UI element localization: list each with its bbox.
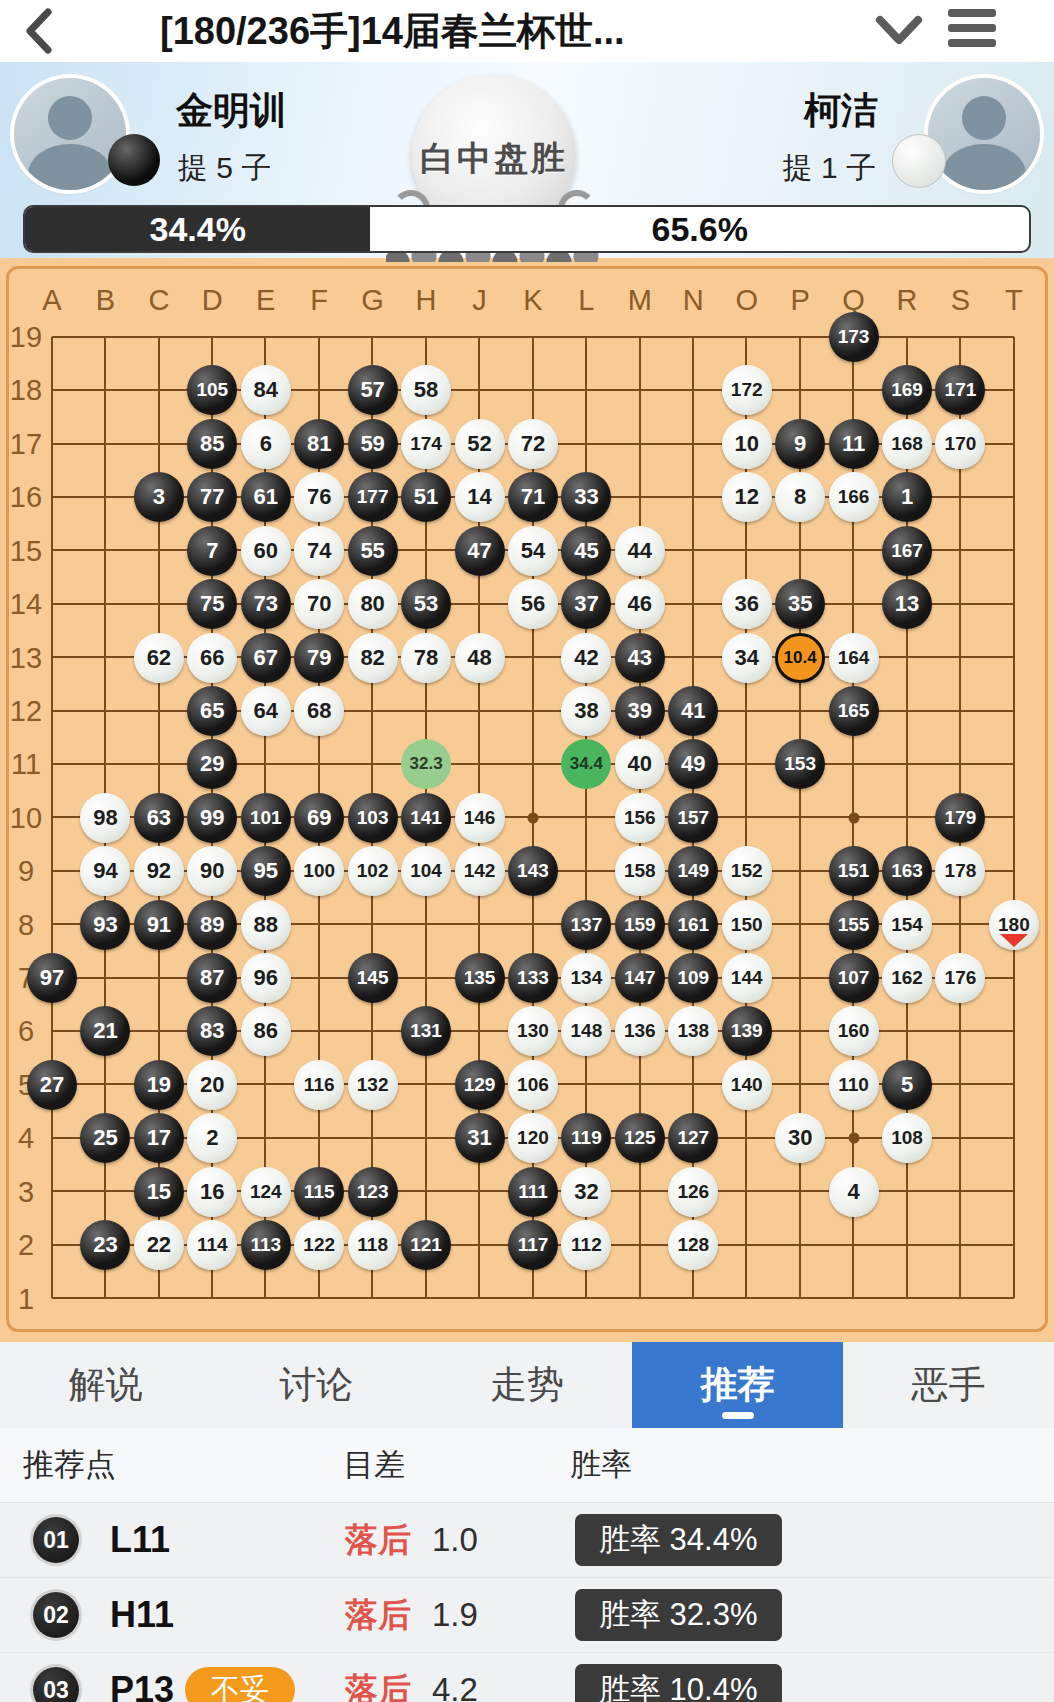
stone-L16: 33	[561, 472, 611, 522]
board-intersection[interactable]	[987, 310, 1040, 363]
stone-G10: 103	[348, 793, 398, 843]
board-intersection[interactable]	[239, 1111, 292, 1164]
board-intersection[interactable]	[78, 951, 131, 1004]
board-intersection[interactable]	[773, 897, 826, 950]
header-winrate: 胜率	[570, 1444, 632, 1486]
board-intersection[interactable]	[399, 951, 452, 1004]
board-intersection[interactable]	[987, 417, 1040, 470]
board-intersection[interactable]	[506, 310, 559, 363]
stone-E13: 67	[241, 633, 291, 683]
stone-D2: 114	[187, 1220, 237, 1270]
board-intersection[interactable]	[880, 630, 933, 683]
board-intersection[interactable]	[132, 577, 185, 630]
board-intersection[interactable]	[666, 1271, 719, 1324]
recommendation-panel: 推荐点 目差 胜率 01L11落后1.0胜率 34.4%02H11落后1.9胜率…	[0, 1428, 1054, 1702]
stone-P4: 30	[775, 1113, 825, 1163]
row-label: 9	[4, 855, 48, 888]
board-intersection[interactable]	[933, 1271, 986, 1324]
board-intersection[interactable]	[827, 1271, 880, 1324]
board-intersection[interactable]	[506, 1271, 559, 1324]
board-intersection[interactable]	[933, 684, 986, 737]
board-intersection[interactable]	[78, 470, 131, 523]
white-player-avatar[interactable]	[928, 78, 1040, 190]
recommendation-table-header: 推荐点 目差 胜率	[0, 1428, 1054, 1503]
board-intersection[interactable]	[987, 1004, 1040, 1057]
board-intersection[interactable]	[185, 310, 238, 363]
row-label: 6	[4, 1015, 48, 1048]
stone-M10: 156	[615, 793, 665, 843]
column-label: F	[310, 284, 328, 317]
stone-Q9: 151	[829, 846, 879, 896]
board-intersection[interactable]	[132, 363, 185, 416]
recommendation-row-H11[interactable]: 02H11落后1.9胜率 32.3%	[0, 1578, 1054, 1653]
stone-S9: 178	[935, 846, 985, 896]
stone-N8: 161	[668, 900, 718, 950]
menu-icon[interactable]	[948, 9, 996, 53]
diff-value: 1.9	[432, 1596, 478, 1634]
stone-B6: 21	[80, 1006, 130, 1056]
column-label: D	[202, 284, 223, 317]
stone-D12: 65	[187, 686, 237, 736]
board-intersection[interactable]	[132, 310, 185, 363]
stone-R16: 1	[882, 472, 932, 522]
stone-N9: 149	[668, 846, 718, 896]
stone-F2: 122	[294, 1220, 344, 1270]
board-intersection[interactable]	[933, 897, 986, 950]
board-intersection[interactable]	[933, 737, 986, 790]
stone-G9: 102	[348, 846, 398, 896]
tab-推荐[interactable]: 推荐	[632, 1342, 843, 1428]
stone-C5: 19	[134, 1060, 184, 1110]
stone-O13: 34	[722, 633, 772, 683]
board-intersection[interactable]	[559, 1271, 612, 1324]
board-intersection[interactable]	[933, 577, 986, 630]
board-intersection[interactable]	[399, 524, 452, 577]
board-intersection[interactable]	[880, 791, 933, 844]
board-intersection[interactable]	[132, 1004, 185, 1057]
board-intersection[interactable]	[720, 791, 773, 844]
board-intersection[interactable]	[827, 363, 880, 416]
board-intersection[interactable]	[880, 1218, 933, 1271]
row-label: 15	[4, 534, 48, 567]
board-intersection[interactable]	[933, 310, 986, 363]
suggestion-H11[interactable]: 32.3	[401, 739, 451, 789]
board-intersection[interactable]	[399, 684, 452, 737]
stone-E3: 124	[241, 1167, 291, 1217]
board-intersection[interactable]	[933, 1218, 986, 1271]
board-intersection[interactable]	[78, 577, 131, 630]
black-player-name: 金明训	[176, 86, 287, 136]
stone-C16: 3	[134, 472, 184, 522]
stone-O5: 140	[722, 1060, 772, 1110]
board-intersection[interactable]	[559, 417, 612, 470]
board-intersection[interactable]	[399, 1058, 452, 1111]
stone-D4: 2	[187, 1113, 237, 1163]
stone-Q8: 155	[829, 900, 879, 950]
board-intersection[interactable]	[987, 1218, 1040, 1271]
board-intersection[interactable]	[292, 363, 345, 416]
board-intersection[interactable]	[559, 844, 612, 897]
row-label: 19	[4, 321, 48, 354]
stone-M15: 44	[615, 526, 665, 576]
tab-讨论[interactable]: 讨论	[211, 1342, 422, 1428]
recommendation-row-L11[interactable]: 01L11落后1.0胜率 34.4%	[0, 1503, 1054, 1578]
stone-M8: 159	[615, 900, 665, 950]
board-intersection[interactable]	[453, 1218, 506, 1271]
board-intersection[interactable]	[613, 310, 666, 363]
diff-value: 4.2	[432, 1671, 478, 1702]
board-intersection[interactable]	[506, 897, 559, 950]
result-text: 白中盘胜	[384, 136, 604, 182]
board-intersection[interactable]	[613, 1165, 666, 1218]
board-intersection[interactable]	[292, 737, 345, 790]
board-intersection[interactable]	[292, 310, 345, 363]
board-intersection[interactable]	[453, 1165, 506, 1218]
board-intersection[interactable]	[773, 1165, 826, 1218]
tab-解说[interactable]: 解说	[0, 1342, 211, 1428]
black-stone-indicator-icon	[108, 134, 160, 186]
board-intersection[interactable]	[78, 1271, 131, 1324]
board-intersection[interactable]	[613, 1058, 666, 1111]
board-intersection[interactable]	[827, 524, 880, 577]
board-intersection[interactable]	[933, 1004, 986, 1057]
stone-G15: 55	[348, 526, 398, 576]
board-intersection[interactable]	[292, 951, 345, 1004]
stone-R7: 162	[882, 953, 932, 1003]
board-intersection[interactable]	[880, 1271, 933, 1324]
column-label: J	[472, 284, 487, 317]
column-label: T	[1005, 284, 1023, 317]
board-intersection[interactable]	[506, 737, 559, 790]
board-intersection[interactable]	[720, 1165, 773, 1218]
board-intersection[interactable]	[506, 684, 559, 737]
column-label: O	[735, 284, 758, 317]
board-intersection[interactable]	[933, 1165, 986, 1218]
board-intersection[interactable]	[666, 363, 719, 416]
stone-D11: 29	[187, 739, 237, 789]
board-intersection[interactable]	[773, 1058, 826, 1111]
board-intersection[interactable]	[399, 1271, 452, 1324]
board-intersection[interactable]	[880, 310, 933, 363]
board-intersection[interactable]	[613, 363, 666, 416]
stone-G3: 123	[348, 1167, 398, 1217]
stone-G7: 145	[348, 953, 398, 1003]
warning-badge: 不妥	[185, 1667, 295, 1702]
stone-B4: 25	[80, 1113, 130, 1163]
board-intersection[interactable]	[773, 1218, 826, 1271]
board-intersection[interactable]	[987, 524, 1040, 577]
stone-C2: 22	[134, 1220, 184, 1270]
board-intersection[interactable]	[773, 363, 826, 416]
tab-走势[interactable]: 走势	[422, 1342, 633, 1428]
stone-O14: 36	[722, 579, 772, 629]
board-intersection[interactable]	[880, 1004, 933, 1057]
stone-L13: 42	[561, 633, 611, 683]
stone-L7: 134	[561, 953, 611, 1003]
board-intersection[interactable]	[132, 1271, 185, 1324]
board-intersection[interactable]	[78, 310, 131, 363]
board-intersection[interactable]	[987, 1271, 1040, 1324]
board-intersection[interactable]	[666, 524, 719, 577]
stone-D15: 7	[187, 526, 237, 576]
winrate-badge: 胜率 34.4%	[575, 1514, 782, 1566]
stone-M7: 147	[615, 953, 665, 1003]
stone-P16: 8	[775, 472, 825, 522]
board-intersection[interactable]	[827, 577, 880, 630]
point-label: L11	[110, 1519, 170, 1561]
board-intersection[interactable]	[399, 1111, 452, 1164]
board-intersection[interactable]	[987, 630, 1040, 683]
stone-Q16: 166	[829, 472, 879, 522]
board-intersection[interactable]	[987, 737, 1040, 790]
board-intersection[interactable]	[827, 1218, 880, 1271]
board-intersection[interactable]	[346, 1111, 399, 1164]
board-intersection[interactable]	[987, 577, 1040, 630]
winrate-badge: 胜率 32.3%	[575, 1589, 782, 1641]
board-intersection[interactable]	[346, 310, 399, 363]
stone-L12: 38	[561, 686, 611, 736]
stone-M14: 46	[615, 579, 665, 629]
board-intersection[interactable]	[292, 1004, 345, 1057]
board-intersection[interactable]	[453, 310, 506, 363]
board-intersection[interactable]	[399, 897, 452, 950]
row-label: 14	[4, 588, 48, 621]
board-intersection[interactable]	[987, 1111, 1040, 1164]
board-intersection[interactable]	[239, 310, 292, 363]
board-intersection[interactable]	[987, 791, 1040, 844]
board-intersection[interactable]	[880, 737, 933, 790]
point-label: H11	[110, 1594, 174, 1636]
suggestion-L11[interactable]: 34.4	[561, 739, 611, 789]
board-intersection[interactable]	[987, 684, 1040, 737]
board-intersection[interactable]	[78, 684, 131, 737]
suggestion-P13[interactable]: 10.4	[775, 633, 825, 683]
board-intersection[interactable]	[720, 737, 773, 790]
board-intersection[interactable]	[720, 1111, 773, 1164]
stone-N7: 109	[668, 953, 718, 1003]
board-intersection[interactable]	[292, 897, 345, 950]
stone-C13: 62	[134, 633, 184, 683]
board-intersection[interactable]	[78, 1165, 131, 1218]
star-point	[527, 812, 538, 823]
players-header: 白中盘胜 金明训 提 5 子 柯洁 提 1 子 34.4% 65.6%	[0, 62, 1054, 258]
stone-N6: 138	[668, 1006, 718, 1056]
stone-H13: 78	[401, 633, 451, 683]
back-icon[interactable]	[22, 8, 56, 54]
board-intersection[interactable]	[773, 791, 826, 844]
board-intersection[interactable]	[720, 684, 773, 737]
board-intersection[interactable]	[773, 684, 826, 737]
board-intersection[interactable]	[132, 684, 185, 737]
board-intersection[interactable]	[666, 630, 719, 683]
board-intersection[interactable]	[239, 1058, 292, 1111]
board-intersection[interactable]	[78, 1058, 131, 1111]
stone-R15: 167	[882, 526, 932, 576]
stone-H17: 174	[401, 419, 451, 469]
board-intersection[interactable]	[720, 1218, 773, 1271]
board-intersection[interactable]	[987, 1165, 1040, 1218]
diff-label: 落后	[345, 1668, 411, 1702]
board-intersection[interactable]	[987, 844, 1040, 897]
stone-F5: 116	[294, 1060, 344, 1110]
board-intersection[interactable]	[185, 1271, 238, 1324]
board-intersection[interactable]	[773, 310, 826, 363]
board-intersection[interactable]	[613, 1271, 666, 1324]
board-intersection[interactable]	[933, 1111, 986, 1164]
board-intersection[interactable]	[613, 1218, 666, 1271]
stone-G13: 82	[348, 633, 398, 683]
board-intersection[interactable]	[78, 524, 131, 577]
board-intersection[interactable]	[987, 470, 1040, 523]
black-player-avatar[interactable]	[14, 78, 126, 190]
row-label: 12	[4, 694, 48, 727]
stone-G17: 59	[348, 419, 398, 469]
board-intersection[interactable]	[132, 951, 185, 1004]
board-intersection[interactable]	[132, 417, 185, 470]
board-intersection[interactable]	[559, 363, 612, 416]
board-intersection[interactable]	[399, 310, 452, 363]
board-intersection[interactable]	[132, 737, 185, 790]
stone-J9: 142	[455, 846, 505, 896]
board-intersection[interactable]	[987, 363, 1040, 416]
board-intersection[interactable]	[506, 630, 559, 683]
row-label: 10	[4, 801, 48, 834]
board-intersection[interactable]	[933, 524, 986, 577]
board-intersection[interactable]	[933, 630, 986, 683]
board-intersection[interactable]	[132, 524, 185, 577]
column-label: N	[683, 284, 704, 317]
board-intersection[interactable]	[720, 1271, 773, 1324]
board-intersection[interactable]	[346, 684, 399, 737]
board-intersection[interactable]	[346, 1004, 399, 1057]
stone-Q3: 4	[829, 1167, 879, 1217]
board-intersection[interactable]	[773, 1271, 826, 1324]
stone-H6: 131	[401, 1006, 451, 1056]
stone-J17: 52	[455, 419, 505, 469]
stone-H16: 51	[401, 472, 451, 522]
stone-M12: 39	[615, 686, 665, 736]
stone-B2: 23	[80, 1220, 130, 1270]
stone-Q12: 165	[829, 686, 879, 736]
board-intersection[interactable]	[346, 737, 399, 790]
stone-O16: 12	[722, 472, 772, 522]
stone-B9: 94	[80, 846, 130, 896]
board-intersection[interactable]	[453, 684, 506, 737]
board-intersection[interactable]	[773, 524, 826, 577]
board-intersection[interactable]	[399, 1165, 452, 1218]
stone-L14: 37	[561, 579, 611, 629]
stone-M11: 40	[615, 739, 665, 789]
board-intersection[interactable]	[987, 951, 1040, 1004]
stone-O8: 150	[722, 900, 772, 950]
stone-D10: 99	[187, 793, 237, 843]
board-intersection[interactable]	[666, 417, 719, 470]
stone-E8: 88	[241, 900, 291, 950]
row-label: 4	[4, 1122, 48, 1155]
stone-J13: 48	[455, 633, 505, 683]
board-intersection[interactable]	[453, 1004, 506, 1057]
column-label: L	[578, 284, 594, 317]
board-intersection[interactable]	[773, 951, 826, 1004]
stone-F10: 69	[294, 793, 344, 843]
board-intersection[interactable]	[78, 630, 131, 683]
go-board[interactable]: ABCDEFGHJKLMNOPQRST191817161514131211109…	[0, 258, 1054, 1342]
column-label: E	[256, 284, 275, 317]
stone-K7: 133	[508, 953, 558, 1003]
board-intersection[interactable]	[613, 470, 666, 523]
stone-J7: 135	[455, 953, 505, 1003]
board-intersection[interactable]	[613, 417, 666, 470]
header-diff: 目差	[343, 1444, 405, 1486]
board-intersection[interactable]	[453, 363, 506, 416]
star-point	[848, 812, 859, 823]
board-intersection[interactable]	[292, 1111, 345, 1164]
stone-O17: 10	[722, 419, 772, 469]
board-intersection[interactable]	[987, 1058, 1040, 1111]
board-intersection[interactable]	[773, 844, 826, 897]
board-intersection[interactable]	[346, 1271, 399, 1324]
board-intersection[interactable]	[720, 524, 773, 577]
row-label: 2	[4, 1229, 48, 1262]
board-intersection[interactable]	[78, 417, 131, 470]
diff-label: 落后	[345, 1518, 411, 1563]
board-intersection[interactable]	[666, 1058, 719, 1111]
column-label: G	[361, 284, 384, 317]
board-intersection[interactable]	[453, 1271, 506, 1324]
board-intersection[interactable]	[933, 470, 986, 523]
board-intersection[interactable]	[880, 684, 933, 737]
board-intersection[interactable]	[559, 310, 612, 363]
board-intersection[interactable]	[827, 737, 880, 790]
stone-K9: 143	[508, 846, 558, 896]
board-intersection[interactable]	[453, 897, 506, 950]
board-intersection[interactable]	[880, 1165, 933, 1218]
board-intersection[interactable]	[78, 363, 131, 416]
stone-C4: 17	[134, 1113, 184, 1163]
board-intersection[interactable]	[453, 577, 506, 630]
stone-L3: 32	[561, 1167, 611, 1217]
stone-M9: 158	[615, 846, 665, 896]
point-label: P13	[110, 1669, 174, 1702]
board-intersection[interactable]	[773, 1004, 826, 1057]
recommendation-row-P13[interactable]: 03P13不妥落后4.2胜率 10.4%	[0, 1653, 1054, 1702]
board-intersection[interactable]	[933, 1058, 986, 1111]
row-label: 17	[4, 427, 48, 460]
board-intersection[interactable]	[666, 310, 719, 363]
stone-K16: 71	[508, 472, 558, 522]
board-intersection[interactable]	[666, 577, 719, 630]
stone-K14: 56	[508, 579, 558, 629]
tab-恶手[interactable]: 恶手	[843, 1342, 1054, 1428]
board-intersection[interactable]	[78, 737, 131, 790]
board-intersection[interactable]	[346, 897, 399, 950]
board-intersection[interactable]	[239, 1271, 292, 1324]
board-intersection[interactable]	[559, 791, 612, 844]
board-intersection[interactable]	[559, 1058, 612, 1111]
board-intersection[interactable]	[239, 737, 292, 790]
chevron-down-icon[interactable]	[875, 14, 923, 48]
stone-Q7: 107	[829, 953, 879, 1003]
board-intersection[interactable]	[666, 470, 719, 523]
stone-E15: 60	[241, 526, 291, 576]
stone-R5: 5	[882, 1060, 932, 1110]
board-intersection[interactable]	[453, 737, 506, 790]
board-intersection[interactable]	[720, 310, 773, 363]
board-intersection[interactable]	[506, 363, 559, 416]
board-intersection[interactable]	[292, 1271, 345, 1324]
stone-D13: 66	[187, 633, 237, 683]
stone-G18: 57	[348, 365, 398, 415]
